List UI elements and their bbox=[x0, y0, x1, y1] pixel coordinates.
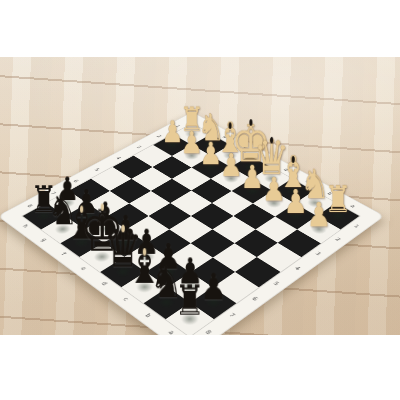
coord-label: 4 bbox=[115, 156, 122, 160]
white-pawn-b2[interactable]: ♟ bbox=[284, 185, 308, 218]
chess-mat: hgfedcba hgfedcba 12345678 12345678 ♜♞♝♚… bbox=[0, 112, 385, 335]
coord-label: a bbox=[167, 329, 176, 335]
coord-label: 2 bbox=[334, 237, 341, 242]
coord-label: 8 bbox=[204, 329, 212, 335]
coord-label: 5 bbox=[272, 281, 280, 286]
coord-label: 3 bbox=[135, 145, 142, 149]
photo-area: hgfedcba hgfedcba 12345678 12345678 ♜♞♝♚… bbox=[0, 57, 400, 335]
coord-label: c bbox=[121, 296, 129, 302]
coord-label: b bbox=[144, 313, 152, 319]
white-pawn-c2[interactable]: ♟ bbox=[262, 173, 286, 205]
coord-label: d bbox=[100, 281, 108, 286]
chess-board-grid: ♜♞♝♚♛♝♞♜♟♟♟♟♟♟♟♟♟♟♟♟♟♟♟♟♜♞♝♚♛♝♞♜ bbox=[23, 124, 360, 335]
photo-canvas: hgfedcba hgfedcba 12345678 12345678 ♜♞♝♚… bbox=[0, 0, 400, 400]
coord-label: 3 bbox=[314, 251, 322, 256]
coord-label: 1 bbox=[353, 224, 360, 229]
white-pawn-d2[interactable]: ♟ bbox=[241, 161, 264, 193]
coord-label: 6 bbox=[250, 296, 258, 302]
black-rook-a8[interactable]: ♜ bbox=[174, 280, 205, 322]
coord-label: 4 bbox=[294, 266, 302, 271]
white-pawn-a2[interactable]: ♟ bbox=[307, 198, 332, 232]
coord-label: e bbox=[79, 266, 87, 271]
coord-label: 5 bbox=[94, 168, 101, 172]
coord-label: h bbox=[21, 224, 29, 229]
coord-label: 7 bbox=[228, 313, 236, 319]
perspective-wrapper: hgfedcba hgfedcba 12345678 12345678 ♜♞♝♚… bbox=[0, 57, 400, 335]
coord-label: f bbox=[59, 251, 67, 256]
coord-label: g bbox=[40, 237, 48, 242]
